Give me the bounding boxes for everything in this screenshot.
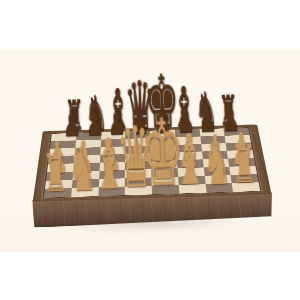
piece-white-knight-g1: ♞ <box>202 131 232 193</box>
chess-set-photo: ♜♞♝♛♚♝♞♜♟♟♟♟♟♟♟♟♟♟♟♟♟♟♟♟♜♞♝♛♚♝♞♜ <box>0 0 300 300</box>
scene: ♜♞♝♛♚♝♞♜♟♟♟♟♟♟♟♟♟♟♟♟♟♟♟♟♜♞♝♛♚♝♞♜ <box>0 0 300 300</box>
pieces-layer: ♜♞♝♛♚♝♞♜♟♟♟♟♟♟♟♟♟♟♟♟♟♟♟♟♜♞♝♛♚♝♞♜ <box>0 0 300 300</box>
piece-white-rook-h1: ♜ <box>231 137 257 190</box>
piece-white-rook-a1: ♜ <box>42 146 68 199</box>
